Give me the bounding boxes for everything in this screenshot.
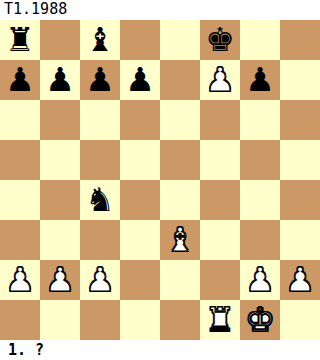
square-b3[interactable] bbox=[40, 220, 80, 260]
square-d2[interactable] bbox=[120, 260, 160, 300]
square-d6[interactable] bbox=[120, 100, 160, 140]
square-c6[interactable] bbox=[80, 100, 120, 140]
square-h8[interactable] bbox=[280, 20, 320, 60]
square-h2[interactable]: ♟ bbox=[280, 260, 320, 300]
square-c3[interactable] bbox=[80, 220, 120, 260]
square-a2[interactable]: ♟ bbox=[0, 260, 40, 300]
square-b8[interactable] bbox=[40, 20, 80, 60]
square-f8[interactable]: ♚ bbox=[200, 20, 240, 60]
piece-black-knight: ♞ bbox=[85, 180, 115, 220]
square-g4[interactable] bbox=[240, 180, 280, 220]
piece-white-king: ♚ bbox=[245, 300, 275, 340]
square-c1[interactable] bbox=[80, 300, 120, 340]
square-e3[interactable]: ♝ bbox=[160, 220, 200, 260]
square-b2[interactable]: ♟ bbox=[40, 260, 80, 300]
move-prompt: 1. ? bbox=[0, 340, 320, 360]
square-g1[interactable]: ♚ bbox=[240, 300, 280, 340]
piece-white-bishop: ♝ bbox=[165, 220, 195, 260]
square-g7[interactable]: ♟ bbox=[240, 60, 280, 100]
square-f5[interactable] bbox=[200, 140, 240, 180]
square-f6[interactable] bbox=[200, 100, 240, 140]
piece-black-rook: ♜ bbox=[5, 20, 35, 60]
piece-white-pawn: ♟ bbox=[85, 260, 115, 300]
piece-white-rook: ♜ bbox=[205, 300, 235, 340]
square-c4[interactable]: ♞ bbox=[80, 180, 120, 220]
piece-white-pawn: ♟ bbox=[205, 60, 235, 100]
square-d3[interactable] bbox=[120, 220, 160, 260]
piece-black-pawn: ♟ bbox=[5, 60, 35, 100]
square-a5[interactable] bbox=[0, 140, 40, 180]
square-g8[interactable] bbox=[240, 20, 280, 60]
square-a4[interactable] bbox=[0, 180, 40, 220]
puzzle-title: T1.1988 bbox=[0, 0, 320, 20]
square-e8[interactable] bbox=[160, 20, 200, 60]
piece-white-pawn: ♟ bbox=[285, 260, 315, 300]
square-g3[interactable] bbox=[240, 220, 280, 260]
square-f7[interactable]: ♟ bbox=[200, 60, 240, 100]
square-a3[interactable] bbox=[0, 220, 40, 260]
square-e4[interactable] bbox=[160, 180, 200, 220]
square-c7[interactable]: ♟ bbox=[80, 60, 120, 100]
square-b6[interactable] bbox=[40, 100, 80, 140]
square-e1[interactable] bbox=[160, 300, 200, 340]
square-h1[interactable] bbox=[280, 300, 320, 340]
square-e6[interactable] bbox=[160, 100, 200, 140]
piece-white-pawn: ♟ bbox=[45, 260, 75, 300]
square-f3[interactable] bbox=[200, 220, 240, 260]
square-h7[interactable] bbox=[280, 60, 320, 100]
square-b4[interactable] bbox=[40, 180, 80, 220]
piece-black-bishop: ♝ bbox=[85, 20, 115, 60]
square-e7[interactable] bbox=[160, 60, 200, 100]
square-f1[interactable]: ♜ bbox=[200, 300, 240, 340]
square-g5[interactable] bbox=[240, 140, 280, 180]
square-h4[interactable] bbox=[280, 180, 320, 220]
square-e5[interactable] bbox=[160, 140, 200, 180]
square-f2[interactable] bbox=[200, 260, 240, 300]
square-d4[interactable] bbox=[120, 180, 160, 220]
square-a1[interactable] bbox=[0, 300, 40, 340]
piece-white-pawn: ♟ bbox=[245, 260, 275, 300]
square-g2[interactable]: ♟ bbox=[240, 260, 280, 300]
square-e2[interactable] bbox=[160, 260, 200, 300]
square-b7[interactable]: ♟ bbox=[40, 60, 80, 100]
square-d8[interactable] bbox=[120, 20, 160, 60]
square-d1[interactable] bbox=[120, 300, 160, 340]
square-c5[interactable] bbox=[80, 140, 120, 180]
square-c8[interactable]: ♝ bbox=[80, 20, 120, 60]
square-h6[interactable] bbox=[280, 100, 320, 140]
square-c2[interactable]: ♟ bbox=[80, 260, 120, 300]
piece-black-pawn: ♟ bbox=[45, 60, 75, 100]
chess-board: ♜♝♚♟♟♟♟♟♟♞♝♟♟♟♟♟♜♚ bbox=[0, 20, 320, 340]
square-h5[interactable] bbox=[280, 140, 320, 180]
square-h3[interactable] bbox=[280, 220, 320, 260]
piece-black-pawn: ♟ bbox=[245, 60, 275, 100]
square-b5[interactable] bbox=[40, 140, 80, 180]
square-a7[interactable]: ♟ bbox=[0, 60, 40, 100]
piece-black-pawn: ♟ bbox=[85, 60, 115, 100]
square-a8[interactable]: ♜ bbox=[0, 20, 40, 60]
piece-black-king: ♚ bbox=[205, 20, 235, 60]
square-b1[interactable] bbox=[40, 300, 80, 340]
square-f4[interactable] bbox=[200, 180, 240, 220]
square-g6[interactable] bbox=[240, 100, 280, 140]
square-d7[interactable]: ♟ bbox=[120, 60, 160, 100]
piece-black-pawn: ♟ bbox=[125, 60, 155, 100]
piece-white-pawn: ♟ bbox=[5, 260, 35, 300]
square-d5[interactable] bbox=[120, 140, 160, 180]
square-a6[interactable] bbox=[0, 100, 40, 140]
chess-app-window: T1.1988 ♜♝♚♟♟♟♟♟♟♞♝♟♟♟♟♟♜♚ 1. ? bbox=[0, 0, 320, 360]
